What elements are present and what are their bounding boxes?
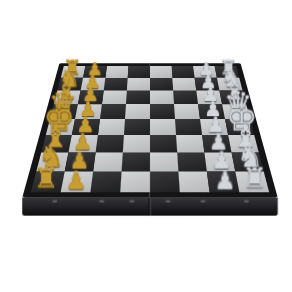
- board-square: [150, 135, 177, 152]
- board-square: [96, 135, 124, 152]
- hinge-screw-dot: [99, 200, 104, 202]
- chess-set-photo: ♜♟♟♜♞♟♟♞♝♟♟♝♛♟♟♛♚♟♟♚♝♟♟♝♞♟♟♞♜♟♟♜: [0, 0, 292, 292]
- board-square: [93, 152, 123, 171]
- board-square: ♟: [61, 172, 94, 193]
- board-square: [150, 119, 176, 135]
- board-square: [102, 91, 127, 105]
- board-square: ♜: [235, 172, 269, 193]
- board-square: [150, 104, 175, 119]
- board-square: [98, 119, 125, 135]
- board-square: [124, 119, 150, 135]
- board-square: [125, 104, 150, 119]
- board-square: [150, 66, 172, 78]
- chess-board: ♜♟♟♜♞♟♟♞♝♟♟♝♛♟♟♛♚♟♟♚♝♟♟♝♞♟♟♞♜♟♟♜: [22, 63, 278, 197]
- board-square: [123, 135, 150, 152]
- board-square: [122, 152, 150, 171]
- board-square: [90, 172, 121, 193]
- board-square: [172, 78, 196, 91]
- board-square: [178, 172, 209, 193]
- board-square: [150, 91, 174, 105]
- board-square: [150, 172, 180, 193]
- board-square: ♟: [207, 172, 240, 193]
- board-square: [173, 91, 198, 105]
- board-square: [150, 78, 173, 91]
- board-square: [172, 66, 195, 78]
- board-square: [104, 78, 128, 91]
- board-square: [105, 66, 128, 78]
- board-square: [127, 78, 150, 91]
- board-square: [128, 66, 150, 78]
- hinge-screw-dot: [130, 200, 135, 202]
- hinge-screw-dot: [245, 200, 250, 202]
- gold-rook-piece: ♜: [33, 166, 58, 192]
- board-square: [126, 91, 150, 105]
- hinge-screw-dot: [201, 200, 206, 202]
- board-square: [174, 104, 200, 119]
- hinge-screw-dot: [165, 200, 170, 202]
- front-hinge-seam: [149, 198, 151, 216]
- board-square: ♜: [31, 172, 65, 193]
- hinge-screw-dot: [53, 200, 58, 202]
- silver-rook-piece: ♜: [242, 166, 267, 192]
- board-square: [175, 119, 202, 135]
- board-square: [177, 152, 207, 171]
- gold-pawn-piece: ♟: [65, 170, 86, 193]
- board-front-edge: [22, 198, 278, 216]
- board-square: [150, 152, 178, 171]
- board-square: [120, 172, 150, 193]
- board-square: [176, 135, 204, 152]
- silver-pawn-piece: ♟: [214, 170, 235, 193]
- board-square: [100, 104, 126, 119]
